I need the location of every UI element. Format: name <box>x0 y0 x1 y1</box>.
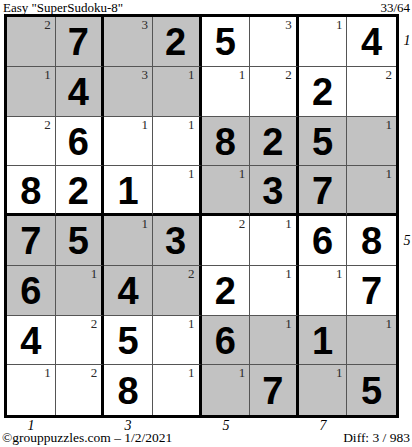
cell-r7c8[interactable]: 1 <box>347 316 396 366</box>
pencil-mark: 1 <box>188 317 195 330</box>
cell-r4c2[interactable]: 2 <box>56 166 105 216</box>
pencil-mark: 1 <box>44 68 51 81</box>
cell-r5c4[interactable]: 3 <box>153 216 202 266</box>
cell-r4c1[interactable]: 8 <box>7 166 56 216</box>
cell-r3c6[interactable]: 2 <box>250 117 299 167</box>
cell-r8c5[interactable]: 1 <box>202 365 251 415</box>
cell-value: 3 <box>153 216 199 265</box>
cell-r2c8[interactable]: 2 <box>347 67 396 117</box>
cell-r1c7[interactable]: 1 <box>299 17 348 67</box>
pencil-mark: 1 <box>188 68 195 81</box>
cell-value: 2 <box>250 117 296 166</box>
cell-r7c6[interactable]: 1 <box>250 316 299 366</box>
cell-r4c8[interactable]: 1 <box>347 166 396 216</box>
cell-r5c3[interactable]: 1 <box>104 216 153 266</box>
cell-value: 5 <box>104 316 152 365</box>
cell-r6c1[interactable]: 6 <box>7 266 56 316</box>
cell-r4c5[interactable]: 1 <box>202 166 251 216</box>
cell-r1c4[interactable]: 2 <box>153 17 202 67</box>
cell-r8c8[interactable]: 5 <box>347 365 396 415</box>
cell-value: 3 <box>250 166 296 213</box>
pencil-mark: 1 <box>188 167 195 180</box>
cell-value: 4 <box>56 67 102 116</box>
puzzle-page: Easy "SuperSudoku-8" 33/64 2732531414311… <box>0 0 412 447</box>
cell-r1c1[interactable]: 2 <box>7 17 56 67</box>
cell-r1c2[interactable]: 7 <box>56 17 105 67</box>
cell-r4c3[interactable]: 1 <box>104 166 153 216</box>
cell-r8c7[interactable]: 1 <box>299 365 348 415</box>
pencil-mark: 1 <box>239 366 246 379</box>
cell-value: 8 <box>202 117 250 166</box>
cell-r7c4[interactable]: 1 <box>153 316 202 366</box>
cell-r5c1[interactable]: 7 <box>7 216 56 266</box>
pencil-mark: 1 <box>44 366 51 379</box>
cell-value: 8 <box>347 216 396 265</box>
cell-r1c5[interactable]: 5 <box>202 17 251 67</box>
copyright-text: ©grouppuzzles.com – 1/2/2021 <box>2 430 172 446</box>
cell-value: 8 <box>7 166 55 213</box>
cell-r2c5[interactable]: 1 <box>202 67 251 117</box>
pencil-mark: 1 <box>188 366 195 379</box>
pencil-mark: 1 <box>336 18 343 31</box>
row-label-5: 5 <box>402 233 412 249</box>
cell-r4c7[interactable]: 7 <box>299 166 348 216</box>
cell-r5c5[interactable]: 2 <box>202 216 251 266</box>
cell-value: 5 <box>299 117 347 166</box>
cell-value: 6 <box>299 216 347 265</box>
sudoku-board: 2732531414311222261182518211137175132168… <box>4 14 399 418</box>
cell-r7c5[interactable]: 6 <box>202 316 251 366</box>
cell-r2c3[interactable]: 3 <box>104 67 153 117</box>
cell-value: 5 <box>202 17 250 66</box>
cell-r1c6[interactable]: 3 <box>250 17 299 67</box>
pencil-mark: 1 <box>336 267 343 280</box>
pencil-mark: 2 <box>44 118 51 131</box>
cell-r7c1[interactable]: 4 <box>7 316 56 366</box>
cell-value: 4 <box>104 266 152 315</box>
cell-value: 2 <box>153 17 199 66</box>
pencil-mark: 1 <box>285 267 292 280</box>
cell-r5c8[interactable]: 8 <box>347 216 396 266</box>
cell-r2c4[interactable]: 1 <box>153 67 202 117</box>
cell-r8c2[interactable]: 2 <box>56 365 105 415</box>
pencil-mark: 2 <box>239 217 246 230</box>
cell-value: 6 <box>7 266 55 315</box>
cell-r1c3[interactable]: 3 <box>104 17 153 67</box>
pencil-mark: 2 <box>91 317 98 330</box>
cell-r3c7[interactable]: 5 <box>299 117 348 167</box>
cell-r6c2[interactable]: 1 <box>56 266 105 316</box>
cell-value: 2 <box>202 266 250 315</box>
cell-value: 5 <box>347 365 396 415</box>
cell-r3c2[interactable]: 6 <box>56 117 105 167</box>
cell-value: 7 <box>299 166 347 213</box>
row-label-1: 1 <box>402 33 412 49</box>
pencil-mark: 2 <box>285 68 292 81</box>
pencil-mark: 1 <box>285 217 292 230</box>
cell-value: 5 <box>56 216 102 265</box>
pencil-mark: 1 <box>91 267 98 280</box>
cell-r5c7[interactable]: 6 <box>299 216 348 266</box>
pencil-mark: 1 <box>188 118 195 131</box>
pencil-mark: 3 <box>141 18 148 31</box>
pencil-mark: 1 <box>386 118 393 131</box>
cell-r3c5[interactable]: 8 <box>202 117 251 167</box>
cell-r8c1[interactable]: 1 <box>7 365 56 415</box>
cell-value: 2 <box>56 166 102 213</box>
cell-r2c2[interactable]: 4 <box>56 67 105 117</box>
cell-r3c1[interactable]: 2 <box>7 117 56 167</box>
cell-r7c2[interactable]: 2 <box>56 316 105 366</box>
cell-r6c8[interactable]: 7 <box>347 266 396 316</box>
cell-r8c4[interactable]: 1 <box>153 365 202 415</box>
pencil-mark: 2 <box>91 366 98 379</box>
cell-r6c3[interactable]: 4 <box>104 266 153 316</box>
cell-r3c8[interactable]: 1 <box>347 117 396 167</box>
pencil-mark: 3 <box>285 18 292 31</box>
cell-r5c6[interactable]: 1 <box>250 216 299 266</box>
pencil-mark: 2 <box>44 18 51 31</box>
cell-r2c6[interactable]: 2 <box>250 67 299 117</box>
cell-value: 7 <box>7 216 55 265</box>
pencil-mark: 1 <box>141 118 148 131</box>
cell-value: 2 <box>299 67 347 116</box>
cell-r3c4[interactable]: 1 <box>153 117 202 167</box>
cell-r6c5[interactable]: 2 <box>202 266 251 316</box>
cell-value: 1 <box>104 166 152 213</box>
cell-value: 6 <box>56 117 102 166</box>
cell-value: 7 <box>347 266 396 315</box>
pencil-mark: 1 <box>239 68 246 81</box>
pencil-mark: 2 <box>386 68 393 81</box>
difficulty-text: Diff: 3 / 983 <box>343 430 410 446</box>
pencil-mark: 1 <box>239 167 246 180</box>
cell-r7c3[interactable]: 5 <box>104 316 153 366</box>
col-label-5: 5 <box>223 418 230 434</box>
cell-value: 1 <box>299 316 347 365</box>
pencil-mark: 2 <box>188 267 195 280</box>
cell-value: 6 <box>202 316 250 365</box>
col-label-7: 7 <box>320 418 327 434</box>
cell-r6c6[interactable]: 1 <box>250 266 299 316</box>
cell-r4c4[interactable]: 1 <box>153 166 202 216</box>
cell-r5c2[interactable]: 5 <box>56 216 105 266</box>
cell-value: 7 <box>56 17 102 66</box>
cell-r2c7[interactable]: 2 <box>299 67 348 117</box>
cell-value: 4 <box>7 316 55 365</box>
pencil-mark: 1 <box>141 217 148 230</box>
cell-r3c3[interactable]: 1 <box>104 117 153 167</box>
pencil-mark: 1 <box>336 366 343 379</box>
cell-r2c1[interactable]: 1 <box>7 67 56 117</box>
cell-r8c6[interactable]: 7 <box>250 365 299 415</box>
cell-r8c3[interactable]: 8 <box>104 365 153 415</box>
cell-r4c6[interactable]: 3 <box>250 166 299 216</box>
cell-r6c4[interactable]: 2 <box>153 266 202 316</box>
cell-value: 8 <box>104 365 152 415</box>
pencil-mark: 1 <box>386 167 393 180</box>
cell-r6c7[interactable]: 1 <box>299 266 348 316</box>
cell-value: 4 <box>347 17 396 66</box>
pencil-mark: 3 <box>141 68 148 81</box>
cell-r7c7[interactable]: 1 <box>299 316 348 366</box>
pencil-mark: 1 <box>386 317 393 330</box>
cell-value: 7 <box>250 365 296 415</box>
pencil-mark: 1 <box>285 317 292 330</box>
cell-r1c8[interactable]: 4 <box>347 17 396 67</box>
